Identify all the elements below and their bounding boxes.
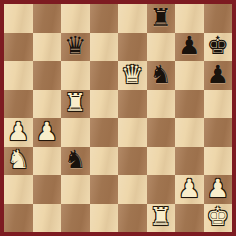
white-pawn-piece: ♟ [207,176,229,201]
black-knight-piece: ♞ [150,62,172,87]
chess-board: ♜♛♟♚♛♞♟♜♟♟♞♞♟♟♜♚ [4,4,232,232]
white-rook-piece: ♜ [150,204,172,229]
square-c1[interactable] [61,204,90,233]
square-a3[interactable]: ♞ [4,147,33,176]
square-g6[interactable] [175,61,204,90]
square-d8[interactable] [90,4,119,33]
square-a7[interactable] [4,33,33,62]
square-h3[interactable] [204,147,233,176]
square-f1[interactable]: ♜ [147,204,176,233]
white-rook-piece: ♜ [64,90,86,115]
white-king-piece: ♚ [207,204,229,229]
square-b7[interactable] [33,33,62,62]
square-h2[interactable]: ♟ [204,175,233,204]
square-e5[interactable] [118,90,147,119]
black-pawn-piece: ♟ [178,33,200,58]
square-d5[interactable] [90,90,119,119]
square-a2[interactable] [4,175,33,204]
square-e6[interactable]: ♛ [118,61,147,90]
square-g1[interactable] [175,204,204,233]
square-h4[interactable] [204,118,233,147]
black-rook-piece: ♜ [150,5,172,30]
square-d2[interactable] [90,175,119,204]
square-c5[interactable]: ♜ [61,90,90,119]
square-e7[interactable] [118,33,147,62]
square-f5[interactable] [147,90,176,119]
white-knight-piece: ♞ [7,147,29,172]
square-g7[interactable]: ♟ [175,33,204,62]
square-b8[interactable] [33,4,62,33]
square-e2[interactable] [118,175,147,204]
square-a4[interactable]: ♟ [4,118,33,147]
square-b2[interactable] [33,175,62,204]
square-c7[interactable]: ♛ [61,33,90,62]
square-a8[interactable] [4,4,33,33]
square-f3[interactable] [147,147,176,176]
square-h7[interactable]: ♚ [204,33,233,62]
square-d7[interactable] [90,33,119,62]
square-c8[interactable] [61,4,90,33]
white-queen-piece: ♛ [121,62,143,87]
square-d3[interactable] [90,147,119,176]
square-b6[interactable] [33,61,62,90]
square-a6[interactable] [4,61,33,90]
square-g5[interactable] [175,90,204,119]
square-d1[interactable] [90,204,119,233]
square-f2[interactable] [147,175,176,204]
square-a1[interactable] [4,204,33,233]
white-pawn-piece: ♟ [178,176,200,201]
square-f7[interactable] [147,33,176,62]
black-pawn-piece: ♟ [207,62,229,87]
white-pawn-piece: ♟ [36,119,58,144]
square-b1[interactable] [33,204,62,233]
square-g4[interactable] [175,118,204,147]
square-f6[interactable]: ♞ [147,61,176,90]
square-g3[interactable] [175,147,204,176]
square-d6[interactable] [90,61,119,90]
square-h5[interactable] [204,90,233,119]
square-f8[interactable]: ♜ [147,4,176,33]
square-f4[interactable] [147,118,176,147]
square-h8[interactable] [204,4,233,33]
square-c3[interactable]: ♞ [61,147,90,176]
square-d4[interactable] [90,118,119,147]
board-frame: ♜♛♟♚♛♞♟♜♟♟♞♞♟♟♜♚ [0,0,236,236]
white-pawn-piece: ♟ [7,119,29,144]
square-c6[interactable] [61,61,90,90]
square-h1[interactable]: ♚ [204,204,233,233]
square-b3[interactable] [33,147,62,176]
square-c4[interactable] [61,118,90,147]
square-b4[interactable]: ♟ [33,118,62,147]
square-e4[interactable] [118,118,147,147]
square-g8[interactable] [175,4,204,33]
square-e8[interactable] [118,4,147,33]
black-knight-piece: ♞ [64,147,86,172]
square-b5[interactable] [33,90,62,119]
square-h6[interactable]: ♟ [204,61,233,90]
square-c2[interactable] [61,175,90,204]
square-g2[interactable]: ♟ [175,175,204,204]
black-queen-piece: ♛ [64,33,86,58]
square-e3[interactable] [118,147,147,176]
square-e1[interactable] [118,204,147,233]
square-a5[interactable] [4,90,33,119]
black-king-piece: ♚ [207,33,229,58]
